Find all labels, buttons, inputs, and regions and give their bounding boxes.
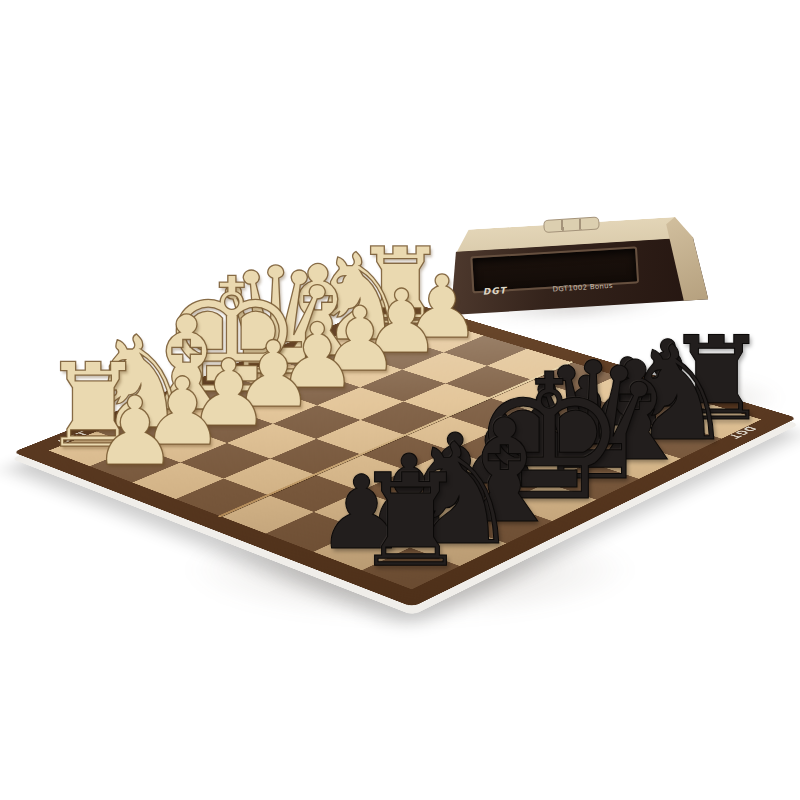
chess-board-wrapper: DGT DGT	[116, 146, 695, 725]
board-grid	[49, 310, 761, 589]
chess-board: DGT DGT	[13, 299, 797, 607]
chess-set-photo: DGT DGT1002 Bonus DGT DGT ♜♞♝♛♚♝♞♜♟♟♟♟♟♟…	[0, 0, 800, 800]
